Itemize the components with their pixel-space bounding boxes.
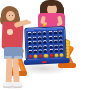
board-logo-badge [42,60,47,63]
product-photo-scene [0,0,90,90]
left-girl-shirt-graphic [7,29,13,35]
red-disc [39,54,43,58]
left-girl-shoe-right [12,82,22,88]
connect-four-board-assembly [21,22,71,66]
right-girl-right-hand [57,23,61,26]
left-girl-face [6,11,15,21]
left-girl-eye-right [12,15,13,16]
left-girl-leg-right [12,58,19,84]
left-girl-leg-left [6,58,13,84]
left-girl-shoe-left [3,82,13,88]
left-girl-eye-left [9,15,10,16]
right-girl-hair-fringe [45,1,58,6]
yellow-disc [59,53,63,57]
yellow-disc-in-hand [43,23,47,27]
cell-r6c7 [59,53,64,58]
board-grid [27,30,64,59]
left-girl-hand-on-rim [27,21,31,25]
